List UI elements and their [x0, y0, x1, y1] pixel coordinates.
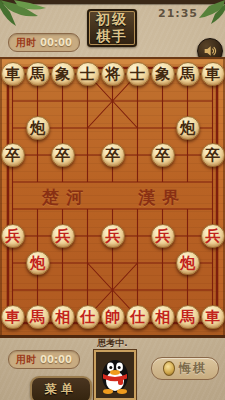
piece-red-仕[interactable]: 仕: [126, 305, 150, 329]
opponent-timer-label: 用时: [16, 36, 36, 50]
river-label-chu-he: 楚河: [42, 185, 90, 209]
piece-red-馬[interactable]: 馬: [176, 305, 200, 329]
piece-black-士[interactable]: 士: [126, 62, 150, 86]
rank-badge-line1: 初级: [96, 11, 128, 28]
piece-red-車[interactable]: 車: [1, 305, 25, 329]
piece-red-炮[interactable]: 炮: [26, 251, 50, 275]
menu-button[interactable]: 菜单: [30, 376, 92, 400]
piece-red-炮[interactable]: 炮: [176, 251, 200, 275]
player-timer-value: 00:00: [40, 354, 72, 365]
piece-black-馬[interactable]: 馬: [26, 62, 50, 86]
coin-icon: [163, 361, 175, 376]
piece-black-馬[interactable]: 馬: [176, 62, 200, 86]
piece-red-帥[interactable]: 帥: [101, 305, 125, 329]
rank-badge-line2: 棋手: [96, 28, 128, 45]
piece-red-仕[interactable]: 仕: [76, 305, 100, 329]
undo-button-label: 悔棋: [179, 360, 207, 377]
piece-black-将[interactable]: 将: [101, 62, 125, 86]
piece-red-兵[interactable]: 兵: [201, 224, 225, 248]
opponent-avatar[interactable]: [94, 350, 136, 400]
menu-button-label: 菜单: [45, 381, 77, 398]
piece-red-兵[interactable]: 兵: [51, 224, 75, 248]
piece-black-卒[interactable]: 卒: [1, 143, 25, 167]
piece-black-炮[interactable]: 炮: [176, 116, 200, 140]
piece-black-車[interactable]: 車: [201, 62, 225, 86]
xiangqi-board[interactable]: 楚河 漢界 車馬象士将士象馬車炮炮卒卒卒卒卒兵兵兵兵兵炮炮車馬相仕帥仕相馬車: [0, 57, 225, 338]
piece-black-士[interactable]: 士: [76, 62, 100, 86]
undo-button[interactable]: 悔棋: [151, 357, 219, 380]
board-grid: [0, 59, 225, 335]
piece-red-兵[interactable]: 兵: [151, 224, 175, 248]
piece-red-車[interactable]: 車: [201, 305, 225, 329]
opponent-timer-value: 00:00: [40, 37, 72, 48]
piece-red-相[interactable]: 相: [51, 305, 75, 329]
system-clock: 21:35: [158, 7, 198, 20]
piece-red-馬[interactable]: 馬: [26, 305, 50, 329]
piece-black-卒[interactable]: 卒: [101, 143, 125, 167]
piece-black-象[interactable]: 象: [151, 62, 175, 86]
thinking-status: 思考中.: [0, 337, 225, 350]
xiangqi-app-screen: 初级 棋手 21:35 用时 00:00 楚河: [0, 0, 225, 400]
piece-red-兵[interactable]: 兵: [1, 224, 25, 248]
rank-badge: 初级 棋手: [87, 9, 137, 47]
piece-black-象[interactable]: 象: [51, 62, 75, 86]
opponent-timer: 用时 00:00: [8, 33, 80, 52]
piece-black-卒[interactable]: 卒: [201, 143, 225, 167]
piece-black-車[interactable]: 車: [1, 62, 25, 86]
piece-black-炮[interactable]: 炮: [26, 116, 50, 140]
piece-black-卒[interactable]: 卒: [151, 143, 175, 167]
piece-black-卒[interactable]: 卒: [51, 143, 75, 167]
piece-red-兵[interactable]: 兵: [101, 224, 125, 248]
player-timer: 用时 00:00: [8, 350, 80, 369]
river-label-han-jie: 漢界: [138, 185, 186, 209]
player-timer-label: 用时: [16, 353, 36, 367]
piece-red-相[interactable]: 相: [151, 305, 175, 329]
bamboo-leaves-left-icon: [0, 0, 48, 32]
qq-penguin-icon: [100, 356, 130, 394]
top-border-strip: [0, 0, 225, 4]
